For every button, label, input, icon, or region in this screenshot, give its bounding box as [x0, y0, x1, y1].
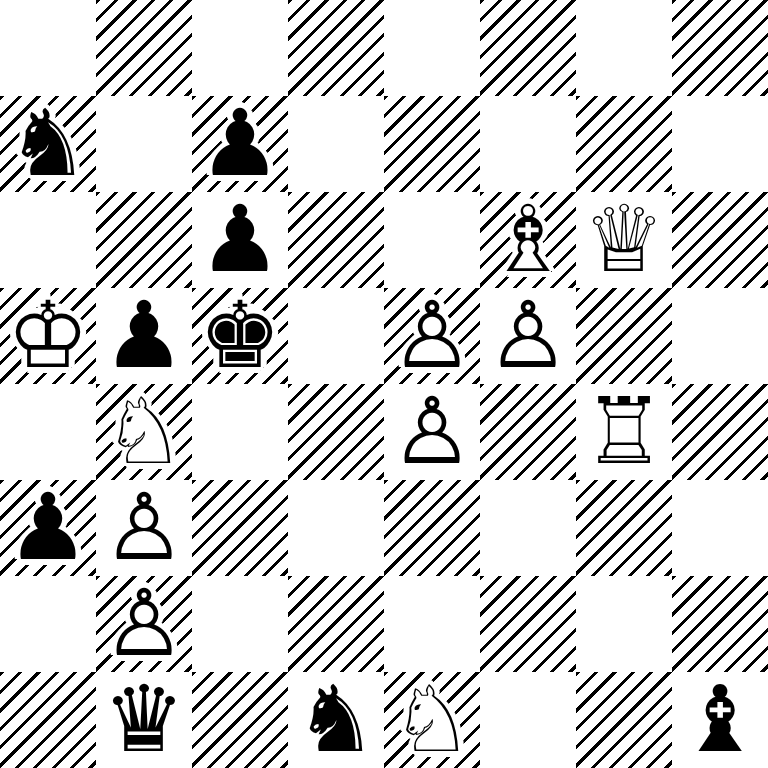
black-queen-b1: ♛ [96, 672, 192, 768]
square-d1[interactable]: ♞♞ [288, 672, 384, 768]
square-g7[interactable] [576, 96, 672, 192]
square-g1[interactable] [576, 672, 672, 768]
square-g4[interactable]: ♜♖ [576, 384, 672, 480]
square-g2[interactable] [576, 576, 672, 672]
square-a7[interactable]: ♞♞ [0, 96, 96, 192]
square-c6[interactable]: ♟♟ [192, 192, 288, 288]
square-c4[interactable] [192, 384, 288, 480]
square-a1[interactable] [0, 672, 96, 768]
square-f7[interactable] [480, 96, 576, 192]
square-h8[interactable] [672, 0, 768, 96]
black-king-c5: ♚ [192, 288, 288, 384]
square-c7[interactable]: ♟♟ [192, 96, 288, 192]
white-pawn-f5: ♙ [480, 288, 576, 384]
square-d6[interactable] [288, 192, 384, 288]
square-b5[interactable]: ♟♟ [96, 288, 192, 384]
square-d7[interactable] [288, 96, 384, 192]
square-g6[interactable]: ♛♕ [576, 192, 672, 288]
square-h7[interactable] [672, 96, 768, 192]
white-king-a5: ♔ [0, 288, 96, 384]
square-b7[interactable] [96, 96, 192, 192]
black-pawn-c6: ♟ [192, 192, 288, 288]
square-f8[interactable] [480, 0, 576, 96]
square-e6[interactable] [384, 192, 480, 288]
black-pawn-c7: ♟ [192, 96, 288, 192]
square-f6[interactable]: ♝♗ [480, 192, 576, 288]
square-b1[interactable]: ♛♛ [96, 672, 192, 768]
square-f2[interactable] [480, 576, 576, 672]
square-g3[interactable] [576, 480, 672, 576]
square-h6[interactable] [672, 192, 768, 288]
white-pawn-b2: ♙ [96, 576, 192, 672]
square-a5[interactable]: ♚♔ [0, 288, 96, 384]
square-b8[interactable] [96, 0, 192, 96]
chess-board: ♞♞♟♟♟♟♝♗♛♕♚♔♟♟♚♚♟♙♟♙♞♘♟♙♜♖♟♟♟♙♟♙♛♛♞♞♞♘♝♝ [0, 0, 768, 768]
square-e2[interactable] [384, 576, 480, 672]
square-b4[interactable]: ♞♘ [96, 384, 192, 480]
square-c3[interactable] [192, 480, 288, 576]
square-b6[interactable] [96, 192, 192, 288]
square-a4[interactable] [0, 384, 96, 480]
black-pawn-b5: ♟ [96, 288, 192, 384]
square-d5[interactable] [288, 288, 384, 384]
square-f5[interactable]: ♟♙ [480, 288, 576, 384]
square-a6[interactable] [0, 192, 96, 288]
square-a3[interactable]: ♟♟ [0, 480, 96, 576]
black-bishop-h1: ♝ [672, 672, 768, 768]
square-d8[interactable] [288, 0, 384, 96]
square-c1[interactable] [192, 672, 288, 768]
square-h4[interactable] [672, 384, 768, 480]
square-g8[interactable] [576, 0, 672, 96]
square-e8[interactable] [384, 0, 480, 96]
white-pawn-b3: ♙ [96, 480, 192, 576]
square-e3[interactable] [384, 480, 480, 576]
square-h2[interactable] [672, 576, 768, 672]
white-knight-e1: ♘ [384, 672, 480, 768]
white-pawn-e4: ♙ [384, 384, 480, 480]
square-c8[interactable] [192, 0, 288, 96]
square-e1[interactable]: ♞♘ [384, 672, 480, 768]
square-f1[interactable] [480, 672, 576, 768]
square-e7[interactable] [384, 96, 480, 192]
square-h5[interactable] [672, 288, 768, 384]
white-bishop-f6: ♗ [480, 192, 576, 288]
black-knight-d1: ♞ [288, 672, 384, 768]
white-rook-g4: ♖ [576, 384, 672, 480]
square-f4[interactable] [480, 384, 576, 480]
square-d4[interactable] [288, 384, 384, 480]
square-c2[interactable] [192, 576, 288, 672]
square-a2[interactable] [0, 576, 96, 672]
square-g5[interactable] [576, 288, 672, 384]
square-e5[interactable]: ♟♙ [384, 288, 480, 384]
square-a8[interactable] [0, 0, 96, 96]
square-d2[interactable] [288, 576, 384, 672]
square-b3[interactable]: ♟♙ [96, 480, 192, 576]
black-knight-a7: ♞ [0, 96, 96, 192]
black-pawn-a3: ♟ [0, 480, 96, 576]
square-h1[interactable]: ♝♝ [672, 672, 768, 768]
square-d3[interactable] [288, 480, 384, 576]
white-pawn-e5: ♙ [384, 288, 480, 384]
white-knight-b4: ♘ [96, 384, 192, 480]
square-c5[interactable]: ♚♚ [192, 288, 288, 384]
square-f3[interactable] [480, 480, 576, 576]
square-h3[interactable] [672, 480, 768, 576]
square-e4[interactable]: ♟♙ [384, 384, 480, 480]
white-queen-g6: ♕ [576, 192, 672, 288]
square-b2[interactable]: ♟♙ [96, 576, 192, 672]
